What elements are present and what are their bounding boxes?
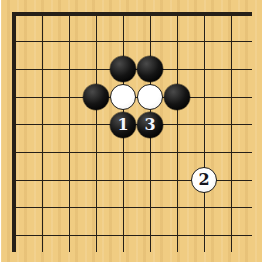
stones-layer: 132 — [2, 0, 245, 249]
white-stone[interactable] — [137, 84, 163, 110]
black-stone[interactable] — [164, 84, 190, 110]
go-diagram: 132 — [0, 0, 263, 264]
black-stone-move-3[interactable]: 3 — [137, 112, 163, 138]
white-stone[interactable] — [110, 84, 136, 110]
white-stone-move-2[interactable]: 2 — [191, 167, 217, 193]
image-edge-left — [0, 0, 1, 264]
black-stone[interactable] — [137, 56, 163, 82]
image-edge-right — [262, 0, 263, 264]
move-number-label: 2 — [198, 172, 209, 188]
go-board[interactable]: 132 — [0, 0, 263, 264]
black-stone[interactable] — [110, 56, 136, 82]
move-number-label: 3 — [144, 116, 155, 132]
black-stone[interactable] — [83, 84, 109, 110]
move-number-label: 1 — [117, 116, 128, 132]
black-stone-move-1[interactable]: 1 — [110, 112, 136, 138]
